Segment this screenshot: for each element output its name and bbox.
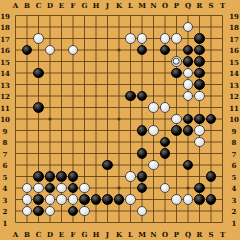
- black-stone: [206, 171, 217, 182]
- black-stone: [206, 114, 217, 125]
- col-label-top: T: [220, 2, 225, 9]
- white-stone: [183, 22, 194, 33]
- col-label-bottom: L: [128, 231, 133, 238]
- row-label-right: 10: [229, 116, 239, 123]
- white-stone: [148, 102, 159, 113]
- row-label-right: 9: [232, 127, 237, 134]
- col-label-bottom: E: [59, 231, 64, 238]
- col-label-top: L: [128, 2, 133, 9]
- white-stone: [183, 194, 194, 205]
- white-stone: [79, 183, 90, 194]
- col-label-top: B: [24, 2, 30, 9]
- black-stone: [194, 79, 205, 90]
- black-stone: [194, 68, 205, 79]
- col-label-bottom: N: [150, 231, 156, 238]
- row-label-right: 3: [232, 196, 237, 203]
- white-stone: [22, 194, 33, 205]
- black-stone: [33, 68, 44, 79]
- black-stone: [114, 194, 125, 205]
- row-label-right: 16: [229, 47, 239, 54]
- white-stone: [137, 33, 148, 44]
- col-label-bottom: K: [116, 231, 122, 238]
- col-label-top: S: [208, 2, 213, 9]
- white-stone: [68, 194, 79, 205]
- white-stone: [125, 33, 136, 44]
- white-stone: [45, 194, 56, 205]
- col-label-top: R: [197, 2, 203, 9]
- row-label-right: 4: [232, 185, 237, 192]
- col-label-bottom: Q: [185, 231, 191, 238]
- col-label-bottom: P: [174, 231, 179, 238]
- black-stone: [137, 171, 148, 182]
- row-label-right: 15: [229, 58, 239, 65]
- black-stone: [125, 91, 136, 102]
- black-stone: [68, 206, 79, 217]
- white-stone: [160, 33, 171, 44]
- white-stone: [33, 33, 44, 44]
- black-stone: [194, 56, 205, 67]
- col-label-bottom: R: [197, 231, 203, 238]
- black-stone: [171, 68, 182, 79]
- black-stone: [137, 125, 148, 136]
- black-stone: [171, 125, 182, 136]
- white-stone: [194, 125, 205, 136]
- stones-layer: [10, 10, 229, 229]
- row-label-left: 1: [3, 219, 8, 226]
- white-stone: [68, 45, 79, 56]
- black-stone: [194, 33, 205, 44]
- row-label-right: 6: [232, 162, 237, 169]
- black-stone: [137, 45, 148, 56]
- white-stone: [148, 160, 159, 171]
- row-label-right: 17: [229, 35, 239, 42]
- black-stone: [194, 114, 205, 125]
- black-stone: [183, 114, 194, 125]
- black-stone: [45, 171, 56, 182]
- row-label-left: 18: [0, 24, 10, 31]
- black-stone: [160, 45, 171, 56]
- col-label-top: A: [13, 2, 18, 9]
- black-stone: [33, 206, 44, 217]
- black-stone: [45, 183, 56, 194]
- black-stone: [137, 183, 148, 194]
- row-label-right: 1: [232, 219, 237, 226]
- white-stone: [183, 79, 194, 90]
- white-stone: [56, 183, 67, 194]
- col-label-bottom: S: [208, 231, 213, 238]
- go-app: AABBCCDDEEFFGGHHJJKKLLMMNNOOPPQQRRSSTT19…: [0, 0, 240, 240]
- black-stone: [33, 171, 44, 182]
- col-label-bottom: M: [138, 231, 146, 238]
- row-label-right: 2: [232, 208, 237, 215]
- black-stone: [183, 160, 194, 171]
- black-stone: [160, 137, 171, 148]
- col-label-bottom: T: [220, 231, 225, 238]
- black-stone: [79, 194, 90, 205]
- white-stone: [137, 206, 148, 217]
- row-label-left: 5: [3, 173, 8, 180]
- row-label-right: 5: [232, 173, 237, 180]
- go-board[interactable]: AABBCCDDEEFFGGHHJJKKLLMMNNOOPPQQRRSSTT19…: [0, 0, 240, 240]
- col-label-top: D: [47, 2, 53, 9]
- col-label-bottom: J: [106, 231, 109, 238]
- white-stone: [56, 194, 67, 205]
- black-stone: [56, 171, 67, 182]
- black-stone: [102, 160, 113, 171]
- col-label-top: G: [82, 2, 88, 9]
- row-label-right: 13: [229, 81, 239, 88]
- row-label-left: 3: [3, 196, 8, 203]
- white-stone: [194, 91, 205, 102]
- last-move-marker-icon: [173, 58, 180, 65]
- black-stone: [68, 171, 79, 182]
- col-label-bottom: B: [24, 231, 30, 238]
- black-stone: [194, 183, 205, 194]
- white-stone: [125, 194, 136, 205]
- white-stone: [22, 206, 33, 217]
- row-label-left: 15: [0, 58, 10, 65]
- black-stone: [33, 194, 44, 205]
- white-stone: [45, 45, 56, 56]
- white-stone: [171, 194, 182, 205]
- col-label-bottom: O: [162, 231, 168, 238]
- col-label-top: Q: [185, 2, 191, 9]
- col-label-top: K: [116, 2, 122, 9]
- row-label-right: 19: [229, 12, 239, 19]
- black-stone: [137, 148, 148, 159]
- col-label-top: O: [162, 2, 168, 9]
- black-stone: [102, 194, 113, 205]
- white-stone: [183, 68, 194, 79]
- row-label-left: 11: [0, 104, 10, 111]
- black-stone: [68, 183, 79, 194]
- col-label-top: N: [150, 2, 156, 9]
- black-stone: [33, 102, 44, 113]
- black-stone: [22, 45, 33, 56]
- col-label-top: E: [59, 2, 64, 9]
- white-stone: [148, 125, 159, 136]
- col-label-top: H: [93, 2, 100, 9]
- black-stone: [206, 194, 217, 205]
- col-label-top: P: [174, 2, 179, 9]
- white-stone: [160, 102, 171, 113]
- row-label-right: 11: [229, 104, 239, 111]
- white-stone: [171, 114, 182, 125]
- row-label-left: 13: [0, 81, 10, 88]
- row-label-left: 10: [0, 116, 10, 123]
- white-stone: [194, 137, 205, 148]
- row-label-left: 19: [0, 12, 10, 19]
- col-label-top: J: [106, 2, 109, 9]
- row-label-right: 18: [229, 24, 239, 31]
- row-label-left: 9: [3, 127, 8, 134]
- white-stone: [45, 206, 56, 217]
- row-label-left: 6: [3, 162, 8, 169]
- black-stone: [183, 125, 194, 136]
- row-label-left: 14: [0, 70, 10, 77]
- row-label-right: 14: [229, 70, 239, 77]
- black-stone: [183, 56, 194, 67]
- white-stone: [171, 33, 182, 44]
- white-stone: [79, 206, 90, 217]
- row-label-left: 4: [3, 185, 8, 192]
- white-stone: [22, 183, 33, 194]
- white-stone: [33, 183, 44, 194]
- row-label-left: 7: [3, 150, 8, 157]
- white-stone: [125, 171, 136, 182]
- black-stone: [91, 194, 102, 205]
- white-stone: [183, 91, 194, 102]
- row-label-left: 12: [0, 93, 10, 100]
- row-label-left: 2: [3, 208, 8, 215]
- col-label-bottom: H: [93, 231, 100, 238]
- row-label-right: 8: [232, 139, 237, 146]
- black-stone: [194, 45, 205, 56]
- black-stone: [137, 91, 148, 102]
- black-stone: [194, 194, 205, 205]
- black-stone: [183, 45, 194, 56]
- col-label-bottom: F: [71, 231, 76, 238]
- row-label-left: 8: [3, 139, 8, 146]
- col-label-top: M: [138, 2, 146, 9]
- col-label-bottom: C: [36, 231, 42, 238]
- row-label-right: 7: [232, 150, 237, 157]
- col-label-bottom: G: [82, 231, 88, 238]
- row-label-left: 17: [0, 35, 10, 42]
- marked-white-stone: [171, 56, 182, 67]
- white-stone: [160, 183, 171, 194]
- col-label-bottom: D: [47, 231, 53, 238]
- col-label-top: F: [71, 2, 76, 9]
- black-stone: [160, 148, 171, 159]
- row-label-left: 16: [0, 47, 10, 54]
- col-label-top: C: [36, 2, 42, 9]
- row-label-right: 12: [229, 93, 239, 100]
- col-label-bottom: A: [13, 231, 18, 238]
